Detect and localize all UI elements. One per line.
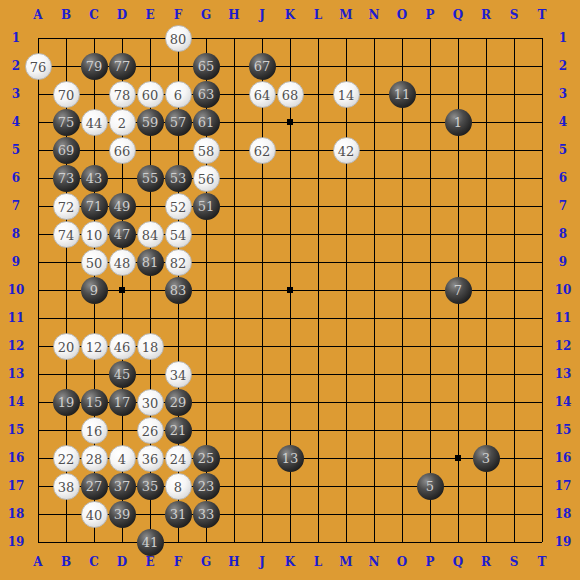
star-point [455, 455, 462, 462]
stone-black-79[interactable]: 79 [81, 53, 108, 80]
stone-black-75[interactable]: 75 [53, 109, 80, 136]
stone-black-13[interactable]: 13 [277, 445, 304, 472]
row-label-left: 1 [2, 29, 30, 47]
stone-black-45[interactable]: 45 [109, 361, 136, 388]
column-label-bottom: E [136, 553, 164, 571]
stone-white-14[interactable]: 14 [333, 81, 360, 108]
stone-white-50[interactable]: 50 [81, 249, 108, 276]
stone-white-4[interactable]: 4 [109, 445, 136, 472]
stone-black-67[interactable]: 67 [249, 53, 276, 80]
row-label-right: 16 [549, 449, 577, 467]
column-label-top: E [136, 6, 164, 24]
stone-black-5[interactable]: 5 [417, 473, 444, 500]
stone-black-63[interactable]: 63 [193, 81, 220, 108]
stone-white-70[interactable]: 70 [53, 81, 80, 108]
stone-white-2[interactable]: 2 [109, 109, 136, 136]
row-label-right: 3 [549, 85, 577, 103]
stone-black-43[interactable]: 43 [81, 165, 108, 192]
row-label-right: 10 [549, 281, 577, 299]
row-label-left: 14 [2, 393, 30, 411]
column-label-top: C [80, 6, 108, 24]
column-label-top: O [388, 6, 416, 24]
column-label-bottom: G [192, 553, 220, 571]
column-label-top: K [276, 6, 304, 24]
column-label-bottom: K [276, 553, 304, 571]
row-label-right: 18 [549, 505, 577, 523]
column-label-bottom: A [24, 553, 52, 571]
stone-black-29[interactable]: 29 [165, 389, 192, 416]
column-label-bottom: C [80, 553, 108, 571]
stone-white-20[interactable]: 20 [53, 333, 80, 360]
row-label-left: 5 [2, 141, 30, 159]
stone-white-72[interactable]: 72 [53, 193, 80, 220]
stone-white-34[interactable]: 34 [165, 361, 192, 388]
stone-black-11[interactable]: 11 [389, 81, 416, 108]
row-label-left: 3 [2, 85, 30, 103]
star-point [287, 287, 294, 294]
stone-white-82[interactable]: 82 [165, 249, 192, 276]
stone-white-56[interactable]: 56 [193, 165, 220, 192]
stone-black-9[interactable]: 9 [81, 277, 108, 304]
row-label-left: 15 [2, 421, 30, 439]
stone-white-8[interactable]: 8 [165, 473, 192, 500]
stone-white-36[interactable]: 36 [137, 445, 164, 472]
stone-white-10[interactable]: 10 [81, 221, 108, 248]
stone-black-77[interactable]: 77 [109, 53, 136, 80]
row-label-right: 6 [549, 169, 577, 187]
column-label-top: R [472, 6, 500, 24]
stone-white-78[interactable]: 78 [109, 81, 136, 108]
stone-white-54[interactable]: 54 [165, 221, 192, 248]
stone-white-30[interactable]: 30 [137, 389, 164, 416]
column-label-top: P [416, 6, 444, 24]
stone-white-84[interactable]: 84 [137, 221, 164, 248]
stone-black-25[interactable]: 25 [193, 445, 220, 472]
stone-white-18[interactable]: 18 [137, 333, 164, 360]
row-label-right: 4 [549, 113, 577, 131]
column-label-bottom: O [388, 553, 416, 571]
row-label-right: 2 [549, 57, 577, 75]
stone-white-38[interactable]: 38 [53, 473, 80, 500]
stone-black-83[interactable]: 83 [165, 277, 192, 304]
column-label-top: N [360, 6, 388, 24]
column-label-bottom: D [108, 553, 136, 571]
row-label-right: 19 [549, 533, 577, 551]
row-label-left: 11 [2, 309, 30, 327]
stone-black-7[interactable]: 7 [445, 277, 472, 304]
column-label-top: M [332, 6, 360, 24]
row-label-left: 9 [2, 253, 30, 271]
stone-white-58[interactable]: 58 [193, 137, 220, 164]
row-label-left: 10 [2, 281, 30, 299]
column-label-top: H [220, 6, 248, 24]
column-label-top: J [248, 6, 276, 24]
column-label-bottom: F [164, 553, 192, 571]
stone-white-6[interactable]: 6 [165, 81, 192, 108]
column-label-bottom: B [52, 553, 80, 571]
column-label-bottom: S [500, 553, 528, 571]
column-label-bottom: M [332, 553, 360, 571]
stone-white-42[interactable]: 42 [333, 137, 360, 164]
stone-black-3[interactable]: 3 [473, 445, 500, 472]
row-label-left: 8 [2, 225, 30, 243]
row-label-left: 12 [2, 337, 30, 355]
stone-black-55[interactable]: 55 [137, 165, 164, 192]
stone-white-16[interactable]: 16 [81, 417, 108, 444]
column-label-bottom: Q [444, 553, 472, 571]
stone-black-59[interactable]: 59 [137, 109, 164, 136]
row-label-right: 12 [549, 337, 577, 355]
column-label-bottom: H [220, 553, 248, 571]
column-label-top: T [528, 6, 556, 24]
row-label-left: 17 [2, 477, 30, 495]
row-label-right: 7 [549, 197, 577, 215]
row-label-right: 11 [549, 309, 577, 327]
stone-black-31[interactable]: 31 [165, 501, 192, 528]
stone-white-66[interactable]: 66 [109, 137, 136, 164]
star-point [119, 287, 126, 294]
column-label-top: B [52, 6, 80, 24]
column-label-bottom: P [416, 553, 444, 571]
stone-black-35[interactable]: 35 [137, 473, 164, 500]
stone-white-24[interactable]: 24 [165, 445, 192, 472]
stone-black-61[interactable]: 61 [193, 109, 220, 136]
column-label-top: A [24, 6, 52, 24]
column-label-top: F [164, 6, 192, 24]
stone-black-69[interactable]: 69 [53, 137, 80, 164]
row-label-left: 13 [2, 365, 30, 383]
stone-white-46[interactable]: 46 [109, 333, 136, 360]
row-label-left: 19 [2, 533, 30, 551]
stone-black-65[interactable]: 65 [193, 53, 220, 80]
column-label-top: D [108, 6, 136, 24]
stone-black-15[interactable]: 15 [81, 389, 108, 416]
column-label-bottom: T [528, 553, 556, 571]
star-point [287, 119, 294, 126]
stone-black-53[interactable]: 53 [165, 165, 192, 192]
stone-white-80[interactable]: 80 [165, 25, 192, 52]
stone-black-37[interactable]: 37 [109, 473, 136, 500]
row-label-left: 4 [2, 113, 30, 131]
stone-black-49[interactable]: 49 [109, 193, 136, 220]
stone-white-62[interactable]: 62 [249, 137, 276, 164]
row-label-right: 9 [549, 253, 577, 271]
row-label-right: 8 [549, 225, 577, 243]
stone-black-51[interactable]: 51 [193, 193, 220, 220]
stone-white-44[interactable]: 44 [81, 109, 108, 136]
stone-black-19[interactable]: 19 [53, 389, 80, 416]
go-board[interactable]: AABBCCDDEEFFGGHHJJKKLLMMNNOOPPQQRRSSTT11… [0, 0, 580, 580]
stone-white-12[interactable]: 12 [81, 333, 108, 360]
column-label-top: L [304, 6, 332, 24]
stone-black-39[interactable]: 39 [109, 501, 136, 528]
stone-white-48[interactable]: 48 [109, 249, 136, 276]
stone-white-40[interactable]: 40 [81, 501, 108, 528]
stone-white-22[interactable]: 22 [53, 445, 80, 472]
stone-black-41[interactable]: 41 [137, 529, 164, 556]
stone-white-28[interactable]: 28 [81, 445, 108, 472]
row-label-left: 16 [2, 449, 30, 467]
row-label-right: 17 [549, 477, 577, 495]
column-label-bottom: R [472, 553, 500, 571]
stone-white-74[interactable]: 74 [53, 221, 80, 248]
stone-black-47[interactable]: 47 [109, 221, 136, 248]
row-label-right: 14 [549, 393, 577, 411]
stone-white-68[interactable]: 68 [277, 81, 304, 108]
stone-black-27[interactable]: 27 [81, 473, 108, 500]
row-label-right: 15 [549, 421, 577, 439]
row-label-right: 1 [549, 29, 577, 47]
stone-black-71[interactable]: 71 [81, 193, 108, 220]
stone-black-81[interactable]: 81 [137, 249, 164, 276]
row-label-right: 13 [549, 365, 577, 383]
stone-white-52[interactable]: 52 [165, 193, 192, 220]
column-label-bottom: L [304, 553, 332, 571]
stone-black-73[interactable]: 73 [53, 165, 80, 192]
stone-white-64[interactable]: 64 [249, 81, 276, 108]
stone-black-23[interactable]: 23 [193, 473, 220, 500]
stone-white-60[interactable]: 60 [137, 81, 164, 108]
column-label-top: S [500, 6, 528, 24]
column-label-bottom: J [248, 553, 276, 571]
stone-black-21[interactable]: 21 [165, 417, 192, 444]
stone-white-76[interactable]: 76 [25, 53, 52, 80]
row-label-left: 6 [2, 169, 30, 187]
stone-black-1[interactable]: 1 [445, 109, 472, 136]
column-label-top: G [192, 6, 220, 24]
stone-white-26[interactable]: 26 [137, 417, 164, 444]
stone-black-33[interactable]: 33 [193, 501, 220, 528]
row-label-right: 5 [549, 141, 577, 159]
stone-black-17[interactable]: 17 [109, 389, 136, 416]
column-label-top: Q [444, 6, 472, 24]
row-label-left: 18 [2, 505, 30, 523]
row-label-left: 7 [2, 197, 30, 215]
column-label-bottom: N [360, 553, 388, 571]
stone-black-57[interactable]: 57 [165, 109, 192, 136]
